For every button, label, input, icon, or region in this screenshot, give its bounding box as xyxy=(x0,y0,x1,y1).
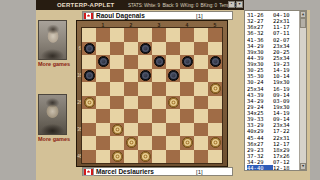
board-square-light xyxy=(152,69,166,83)
player-badge-bottom: [1] xyxy=(196,169,203,175)
board-square-dark[interactable] xyxy=(110,96,124,110)
board-square-dark[interactable] xyxy=(152,109,166,123)
board-square-dark[interactable] xyxy=(138,69,152,83)
board-square-light xyxy=(96,150,110,164)
board-square-light xyxy=(180,123,194,137)
draughts-board: 12345 616263646 xyxy=(76,20,228,167)
white-man-piece[interactable] xyxy=(182,137,193,148)
board-square-dark[interactable] xyxy=(110,42,124,56)
black-man-piece[interactable] xyxy=(84,70,95,81)
board-square-light xyxy=(110,28,124,42)
player-name-bottom: Marcel Deslauriers xyxy=(96,168,154,175)
board-square-light xyxy=(110,82,124,96)
board-square-light xyxy=(82,82,96,96)
board-square-dark[interactable] xyxy=(96,109,110,123)
board-square-light xyxy=(138,28,152,42)
board-square-dark[interactable] xyxy=(82,69,96,83)
board-square-light xyxy=(152,150,166,164)
board-square-dark[interactable] xyxy=(194,96,208,110)
board-square-light xyxy=(96,123,110,137)
board-square-light xyxy=(138,82,152,96)
black-man-piece[interactable] xyxy=(154,56,165,67)
board-square-light xyxy=(124,42,138,56)
white-man-piece[interactable] xyxy=(168,97,179,108)
board-square-light xyxy=(166,136,180,150)
board-square-light xyxy=(124,69,138,83)
board-square-dark[interactable] xyxy=(180,55,194,69)
board-grid xyxy=(82,28,222,163)
canada-flag-icon xyxy=(84,169,93,175)
black-man-piece[interactable] xyxy=(98,56,109,67)
board-square-light xyxy=(138,55,152,69)
player-photo-bottom xyxy=(38,94,67,135)
board-square-dark[interactable] xyxy=(180,28,194,42)
board-square-dark[interactable] xyxy=(138,42,152,56)
board-square-light xyxy=(180,69,194,83)
board-square-light xyxy=(124,96,138,110)
board-square-light xyxy=(194,109,208,123)
board-square-dark[interactable] xyxy=(82,96,96,110)
board-square-dark[interactable] xyxy=(124,28,138,42)
board-square-dark[interactable] xyxy=(124,82,138,96)
move-row: 44-4012-18 xyxy=(245,165,299,171)
applet-window: OERTERP-APPLET STATS: White: 9 Black: 9 … xyxy=(0,0,320,180)
board-square-light xyxy=(96,96,110,110)
board-square-dark[interactable] xyxy=(152,55,166,69)
move-rows: 31-2604-1032-2722x3136x2711-1736-3207-11… xyxy=(245,12,299,170)
board-square-light xyxy=(194,55,208,69)
black-man-piece[interactable] xyxy=(168,70,179,81)
move-cell-w[interactable]: 44-40 xyxy=(247,165,273,171)
board-square-dark[interactable] xyxy=(138,96,152,110)
board-square-dark[interactable] xyxy=(124,109,138,123)
stats-readout: STATS: White: 9 Black: 9 WKing: 0 BKing:… xyxy=(128,3,237,8)
board-square-dark[interactable] xyxy=(208,136,222,150)
board-square-light xyxy=(152,42,166,56)
window-button-2[interactable]: ▾ xyxy=(236,1,243,8)
board-square-dark[interactable] xyxy=(194,42,208,56)
board-square-light xyxy=(180,42,194,56)
window-button-1[interactable]: ▪ xyxy=(228,1,235,8)
board-square-dark[interactable] xyxy=(82,150,96,164)
board-square-dark[interactable] xyxy=(166,42,180,56)
move-cell-b[interactable]: 12-18 xyxy=(273,165,299,171)
black-man-piece[interactable] xyxy=(182,56,193,67)
white-man-piece[interactable] xyxy=(210,137,221,148)
board-square-dark[interactable] xyxy=(96,55,110,69)
black-man-piece[interactable] xyxy=(140,43,151,54)
more-games-link-bottom[interactable]: More games xyxy=(38,136,70,142)
board-square-light xyxy=(110,55,124,69)
scroll-down-icon[interactable]: ▼ xyxy=(300,163,306,170)
board-square-dark[interactable] xyxy=(180,82,194,96)
move-list: 31-2604-1032-2722x3136x2711-1736-3207-11… xyxy=(244,10,307,171)
board-square-dark[interactable] xyxy=(138,150,152,164)
white-man-piece[interactable] xyxy=(210,83,221,94)
player-badge-top: [1] xyxy=(196,13,203,19)
player-photo-top xyxy=(38,20,67,60)
board-square-dark[interactable] xyxy=(166,150,180,164)
board-square-light xyxy=(82,136,96,150)
board-square-dark[interactable] xyxy=(208,28,222,42)
board-square-light xyxy=(180,150,194,164)
board-square-light xyxy=(82,28,96,42)
board-square-light xyxy=(208,96,222,110)
board-square-light xyxy=(82,55,96,69)
board-square-light xyxy=(152,123,166,137)
board-square-dark[interactable] xyxy=(152,82,166,96)
board-square-light xyxy=(124,123,138,137)
black-man-piece[interactable] xyxy=(140,70,151,81)
more-games-link-top[interactable]: More games xyxy=(38,61,70,67)
white-man-piece[interactable] xyxy=(112,124,123,135)
board-square-light xyxy=(208,69,222,83)
board-square-dark[interactable] xyxy=(138,123,152,137)
board-square-dark[interactable] xyxy=(194,150,208,164)
board-square-dark[interactable] xyxy=(152,28,166,42)
board-square-light xyxy=(152,96,166,110)
board-square-light xyxy=(124,150,138,164)
board-square-light xyxy=(166,28,180,42)
board-square-dark[interactable] xyxy=(124,55,138,69)
board-square-dark[interactable] xyxy=(96,28,110,42)
board-square-light xyxy=(138,136,152,150)
board-square-dark[interactable] xyxy=(110,123,124,137)
board-square-dark[interactable] xyxy=(152,136,166,150)
player-bar-top: Raoul Dagenais [1] xyxy=(82,11,233,20)
board-square-light xyxy=(166,82,180,96)
board-square-dark[interactable] xyxy=(110,69,124,83)
board-square-light xyxy=(194,82,208,96)
board-square-dark[interactable] xyxy=(208,82,222,96)
scroll-up-icon[interactable]: ▲ xyxy=(300,11,306,18)
board-square-dark[interactable] xyxy=(110,150,124,164)
board-square-dark[interactable] xyxy=(124,136,138,150)
board-square-light xyxy=(82,109,96,123)
board-square-light xyxy=(96,69,110,83)
black-man-piece[interactable] xyxy=(84,43,95,54)
board-square-dark[interactable] xyxy=(82,42,96,56)
board-square-light xyxy=(110,109,124,123)
board-square-light xyxy=(194,136,208,150)
app-title: OERTERP-APPLET xyxy=(57,2,114,8)
player-name-top: Raoul Dagenais xyxy=(96,12,145,19)
board-square-dark[interactable] xyxy=(96,136,110,150)
scrollbar-thumb[interactable] xyxy=(300,18,306,28)
board-square-dark[interactable] xyxy=(194,69,208,83)
board-square-dark[interactable] xyxy=(82,123,96,137)
board-square-dark[interactable] xyxy=(180,109,194,123)
board-square-light xyxy=(110,136,124,150)
board-square-light xyxy=(166,55,180,69)
board-square-dark[interactable] xyxy=(180,136,194,150)
board-square-light xyxy=(180,96,194,110)
board-square-light xyxy=(96,42,110,56)
board-square-dark[interactable] xyxy=(166,96,180,110)
player-bar-bottom: Marcel Deslauriers [1] xyxy=(82,167,233,176)
white-man-piece[interactable] xyxy=(112,151,123,162)
white-man-piece[interactable] xyxy=(126,137,137,148)
board-square-dark[interactable] xyxy=(208,55,222,69)
black-man-piece[interactable] xyxy=(210,56,221,67)
board-square-light xyxy=(208,150,222,164)
white-man-piece[interactable] xyxy=(140,151,151,162)
board-square-light xyxy=(138,109,152,123)
board-square-dark[interactable] xyxy=(166,69,180,83)
board-square-dark[interactable] xyxy=(194,123,208,137)
board-square-dark[interactable] xyxy=(96,82,110,96)
board-square-dark[interactable] xyxy=(166,123,180,137)
board-square-light xyxy=(208,123,222,137)
board-square-light xyxy=(194,28,208,42)
board-square-light xyxy=(208,42,222,56)
board-square-dark[interactable] xyxy=(208,109,222,123)
white-man-piece[interactable] xyxy=(84,97,95,108)
move-list-scrollbar[interactable]: ▲ ▼ xyxy=(299,11,306,170)
board-square-light xyxy=(166,109,180,123)
canada-flag-icon xyxy=(84,13,93,19)
